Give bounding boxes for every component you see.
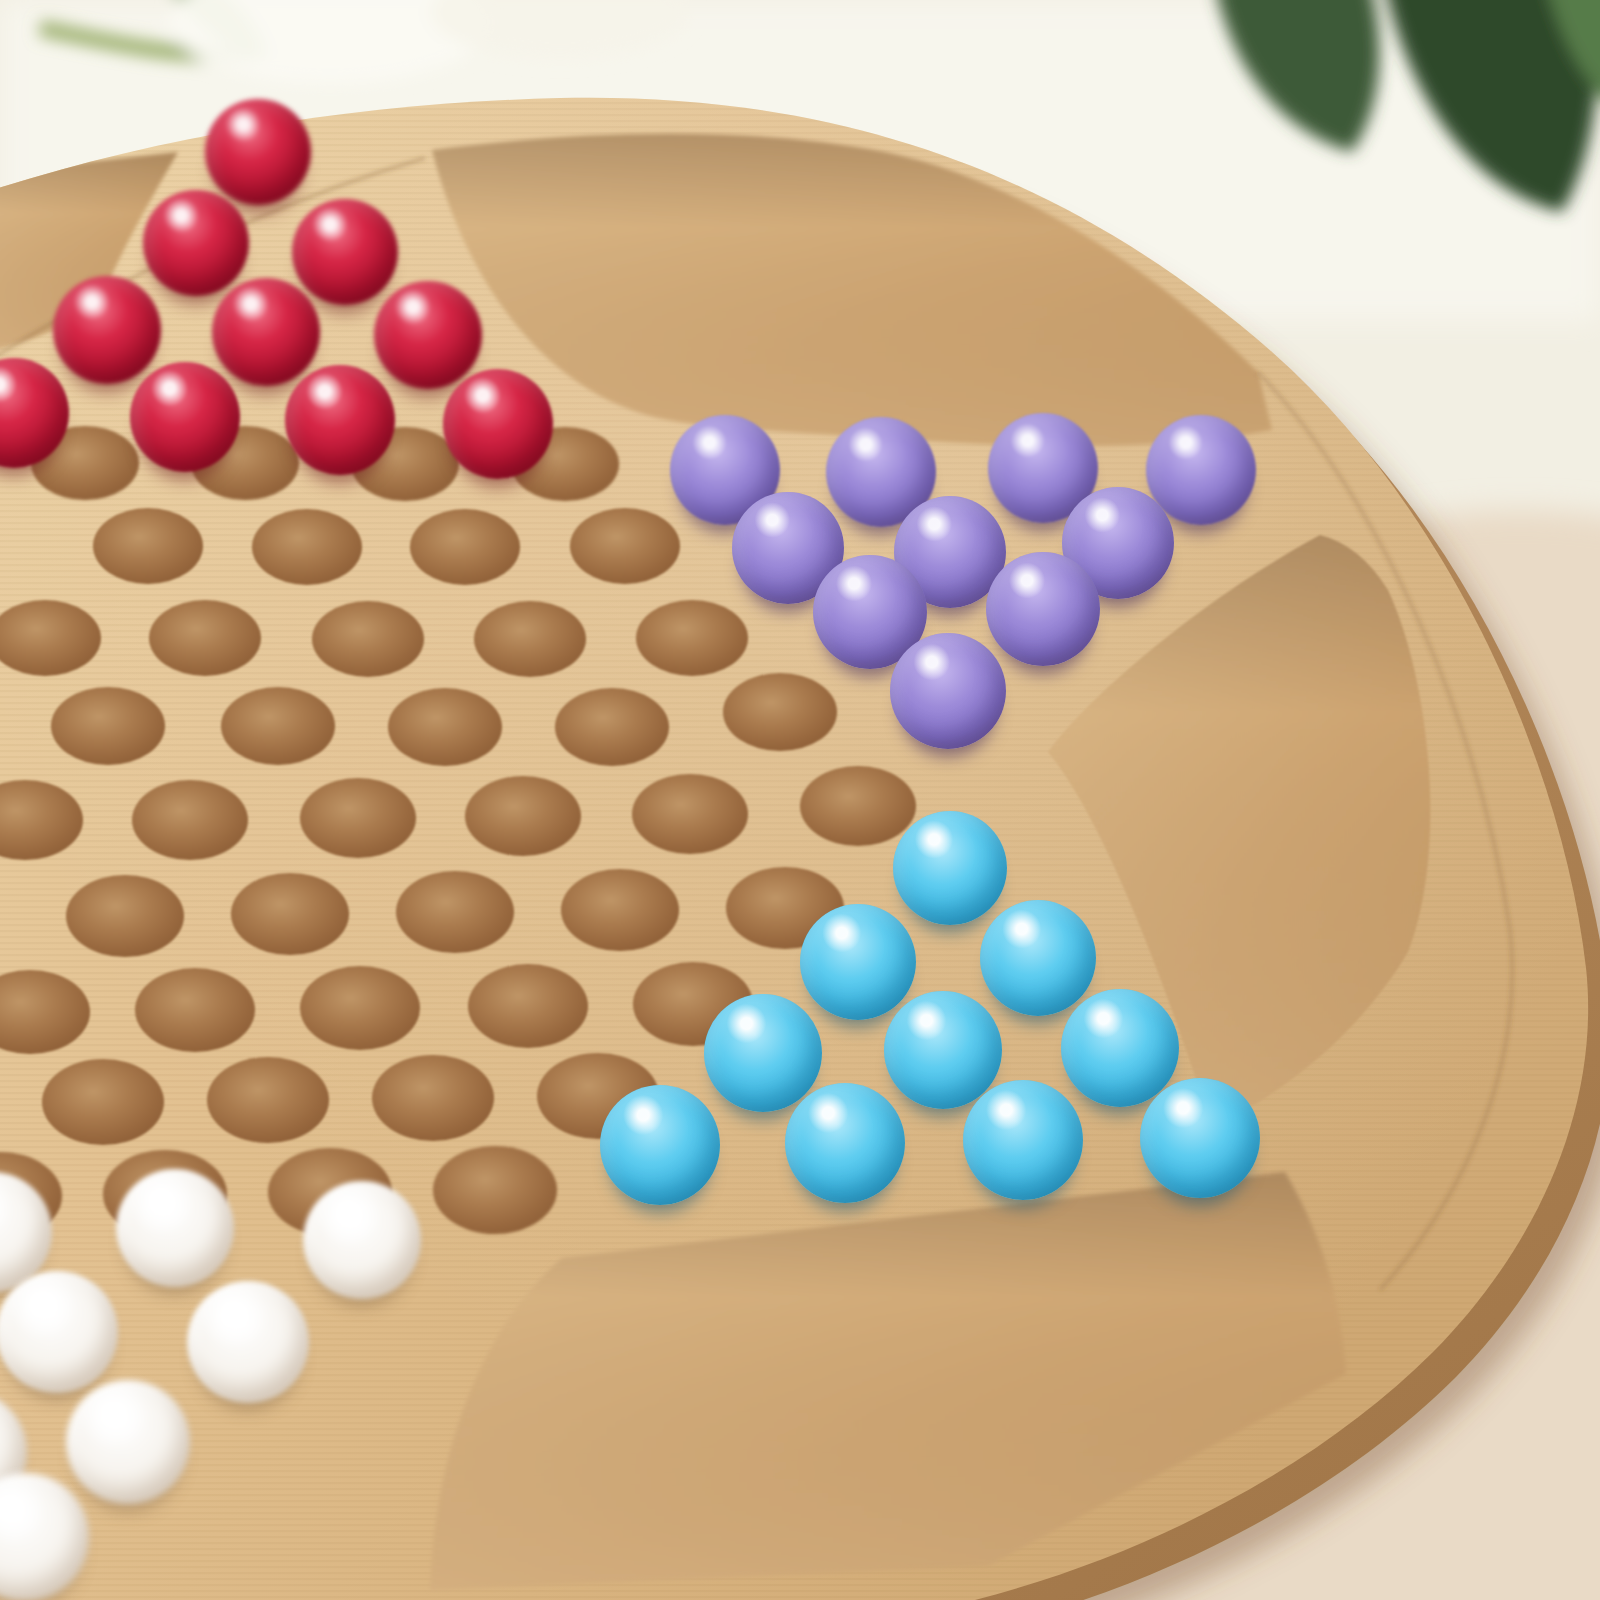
board-hole[interactable] [252, 509, 362, 585]
board-hole[interactable] [132, 780, 248, 860]
board-hole[interactable] [433, 1146, 557, 1234]
board-hole[interactable] [300, 778, 416, 858]
marble-blue[interactable] [800, 904, 916, 1020]
marble-blue[interactable] [704, 994, 822, 1112]
board-hole[interactable] [42, 1059, 164, 1145]
board-hole[interactable] [372, 1055, 494, 1141]
marble-red[interactable] [130, 362, 240, 472]
board-hole[interactable] [135, 968, 255, 1052]
marble-blue[interactable] [785, 1083, 905, 1203]
board-hole[interactable] [51, 687, 165, 765]
board-hole[interactable] [221, 687, 335, 765]
marble-blue[interactable] [893, 811, 1007, 925]
marble-blue[interactable] [1061, 989, 1179, 1107]
marble-white[interactable] [66, 1380, 190, 1504]
marble-blue[interactable] [600, 1085, 720, 1205]
board-hole[interactable] [561, 869, 679, 951]
marble-red[interactable] [285, 365, 395, 475]
board-hole[interactable] [66, 875, 184, 957]
marble-white[interactable] [303, 1181, 421, 1299]
marble-white[interactable] [116, 1169, 234, 1287]
board-hole[interactable] [468, 964, 588, 1048]
scene [0, 0, 1600, 1600]
marble-purple[interactable] [986, 552, 1100, 666]
marble-blue[interactable] [980, 900, 1096, 1016]
marble-blue[interactable] [1140, 1078, 1260, 1198]
marble-white[interactable] [0, 1271, 118, 1393]
marble-purple[interactable] [890, 633, 1006, 749]
board-hole[interactable] [636, 600, 748, 676]
marble-red[interactable] [292, 199, 398, 305]
marble-red[interactable] [53, 276, 161, 384]
marble-red[interactable] [374, 281, 482, 389]
marble-white[interactable] [187, 1281, 309, 1403]
board-hole[interactable] [555, 688, 669, 766]
marble-red[interactable] [212, 278, 320, 386]
board-hole[interactable] [388, 688, 502, 766]
marble-red[interactable] [205, 99, 311, 205]
board-hole[interactable] [465, 776, 581, 856]
board-hole[interactable] [207, 1057, 329, 1143]
board-hole[interactable] [570, 508, 680, 584]
board-hole[interactable] [800, 766, 916, 846]
board-hole[interactable] [396, 871, 514, 953]
board-hole[interactable] [300, 966, 420, 1050]
marble-red[interactable] [443, 369, 553, 479]
board-hole[interactable] [312, 601, 424, 677]
marble-blue[interactable] [963, 1080, 1083, 1200]
board-hole[interactable] [149, 600, 261, 676]
board-hole[interactable] [231, 873, 349, 955]
board-hole[interactable] [410, 509, 520, 585]
board-hole[interactable] [723, 673, 837, 751]
marble-red[interactable] [143, 190, 249, 296]
marble-blue[interactable] [884, 991, 1002, 1109]
board-hole[interactable] [474, 601, 586, 677]
board-hole[interactable] [632, 774, 748, 854]
board-hole[interactable] [93, 508, 203, 584]
